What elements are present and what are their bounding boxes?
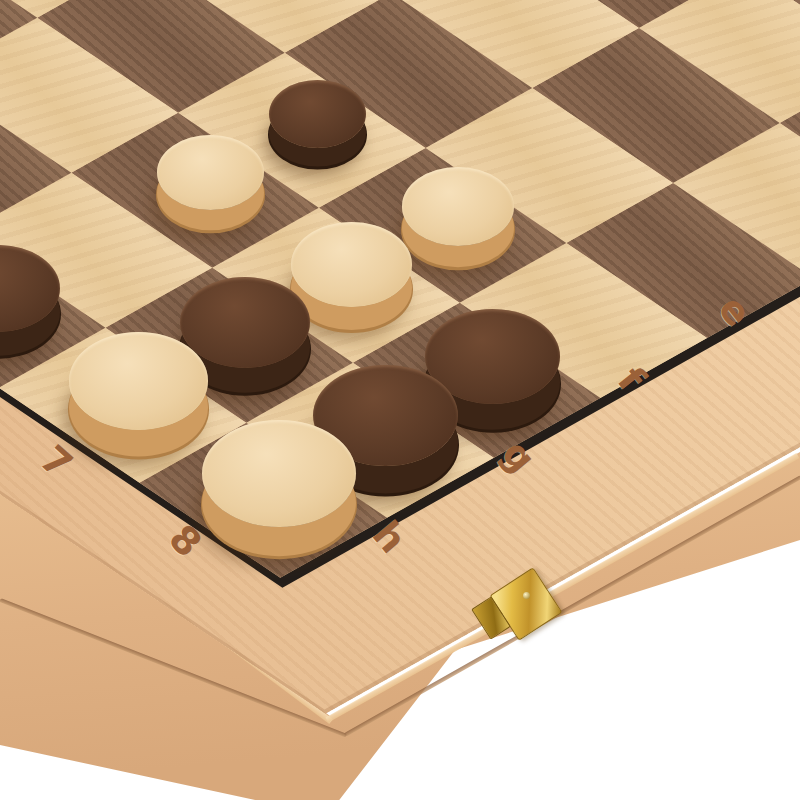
checker-dark-e6[interactable] [269, 80, 367, 149]
checker-light-h7[interactable] [69, 332, 208, 429]
brass-latch-screw-icon [523, 592, 530, 599]
checker-light-h8[interactable] [202, 420, 355, 527]
checker-light-f6[interactable] [157, 135, 264, 210]
checker-dark-g7[interactable] [180, 277, 310, 368]
checker-light-f7[interactable] [291, 222, 412, 307]
checker-light-e7[interactable] [402, 167, 514, 245]
board-grid [0, 0, 800, 588]
scene: 78hgfe [0, 0, 800, 800]
